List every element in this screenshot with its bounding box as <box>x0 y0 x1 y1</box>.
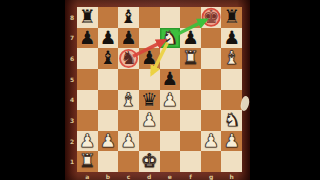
square-f2[interactable] <box>180 131 201 152</box>
rank-label-7: 7 <box>65 28 77 49</box>
square-f1[interactable] <box>180 151 201 172</box>
piece-black-king-g8[interactable]: ♚ <box>203 8 220 27</box>
file-labels: abcdefgh <box>77 172 242 180</box>
square-d1[interactable]: ♚ <box>139 151 160 172</box>
square-c3[interactable] <box>118 110 139 131</box>
piece-white-pawn-a2[interactable]: ♟ <box>79 132 96 151</box>
square-h7[interactable]: ♟ <box>221 28 242 49</box>
file-label-a: a <box>77 172 98 180</box>
piece-black-pawn-h7[interactable]: ♟ <box>223 29 240 48</box>
file-label-h: h <box>221 172 242 180</box>
square-b5[interactable] <box>98 69 119 90</box>
square-h8[interactable]: ♜ <box>221 7 242 28</box>
piece-white-knight-h3[interactable]: ♞ <box>223 111 240 130</box>
piece-white-rook-a1[interactable]: ♜ <box>79 152 96 171</box>
square-d7[interactable] <box>139 28 160 49</box>
square-a2[interactable]: ♟ <box>77 131 98 152</box>
rank-label-5: 5 <box>65 69 77 90</box>
square-f5[interactable] <box>180 69 201 90</box>
piece-black-pawn-f7[interactable]: ♟ <box>182 29 199 48</box>
square-b6[interactable]: ♝ <box>98 48 119 69</box>
square-e1[interactable] <box>160 151 181 172</box>
square-a1[interactable]: ♜ <box>77 151 98 172</box>
piece-black-rook-a8[interactable]: ♜ <box>79 8 96 27</box>
piece-white-bishop-c4[interactable]: ♝ <box>120 91 137 110</box>
rank-label-1: 1 <box>65 151 77 172</box>
square-c8[interactable]: ♝ <box>118 7 139 28</box>
square-e8[interactable] <box>160 7 181 28</box>
square-h3[interactable]: ♞ <box>221 110 242 131</box>
video-frame: 87654321 abcdefgh ♜♝♚♜♟♟♟♞♟♟♝♞♟♜♝♟♝♛♟♟♞♟… <box>0 0 320 180</box>
rank-label-2: 2 <box>65 131 77 152</box>
square-a7[interactable]: ♟ <box>77 28 98 49</box>
piece-white-pawn-c2[interactable]: ♟ <box>120 132 137 151</box>
piece-black-pawn-d6[interactable]: ♟ <box>141 49 158 68</box>
rank-label-4: 4 <box>65 90 77 111</box>
piece-white-pawn-g2[interactable]: ♟ <box>203 132 220 151</box>
piece-black-queen-d4[interactable]: ♛ <box>141 91 158 110</box>
file-label-b: b <box>98 172 119 180</box>
square-h5[interactable] <box>221 69 242 90</box>
chess-board-frame: 87654321 abcdefgh ♜♝♚♜♟♟♟♞♟♟♝♞♟♜♝♟♝♛♟♟♞♟… <box>65 0 250 180</box>
file-label-g: g <box>201 172 222 180</box>
square-g4[interactable] <box>201 90 222 111</box>
piece-black-pawn-a7[interactable]: ♟ <box>79 29 96 48</box>
file-label-f: f <box>180 172 201 180</box>
square-g6[interactable] <box>201 48 222 69</box>
piece-white-rook-f6[interactable]: ♜ <box>182 49 199 68</box>
square-a6[interactable] <box>77 48 98 69</box>
file-label-d: d <box>139 172 160 180</box>
piece-black-rook-h8[interactable]: ♜ <box>223 8 240 27</box>
square-g7[interactable] <box>201 28 222 49</box>
square-e7[interactable]: ♞ <box>160 28 181 49</box>
square-b7[interactable]: ♟ <box>98 28 119 49</box>
square-h4[interactable] <box>221 90 242 111</box>
piece-black-bishop-b6[interactable]: ♝ <box>100 49 117 68</box>
piece-black-pawn-e5[interactable]: ♟ <box>162 70 179 89</box>
square-b4[interactable] <box>98 90 119 111</box>
file-label-c: c <box>118 172 139 180</box>
square-f6[interactable]: ♜ <box>180 48 201 69</box>
file-label-e: e <box>160 172 181 180</box>
square-b3[interactable] <box>98 110 119 131</box>
square-c6[interactable]: ♞ <box>118 48 139 69</box>
square-g8[interactable]: ♚ <box>201 7 222 28</box>
square-d3[interactable]: ♟ <box>139 110 160 131</box>
square-h1[interactable] <box>221 151 242 172</box>
square-c7[interactable]: ♟ <box>118 28 139 49</box>
square-f7[interactable]: ♟ <box>180 28 201 49</box>
square-e6[interactable] <box>160 48 181 69</box>
square-b2[interactable]: ♟ <box>98 131 119 152</box>
square-e5[interactable]: ♟ <box>160 69 181 90</box>
square-c4[interactable]: ♝ <box>118 90 139 111</box>
piece-black-pawn-c7[interactable]: ♟ <box>120 29 137 48</box>
piece-black-pawn-b7[interactable]: ♟ <box>100 29 117 48</box>
square-h2[interactable]: ♟ <box>221 131 242 152</box>
square-c1[interactable] <box>118 151 139 172</box>
piece-white-knight-e7[interactable]: ♞ <box>162 29 179 48</box>
square-c2[interactable]: ♟ <box>118 131 139 152</box>
piece-white-pawn-d3[interactable]: ♟ <box>141 111 158 130</box>
piece-white-pawn-h2[interactable]: ♟ <box>223 132 240 151</box>
piece-white-bishop-h6[interactable]: ♝ <box>223 49 240 68</box>
piece-black-bishop-c8[interactable]: ♝ <box>120 8 137 27</box>
square-d6[interactable]: ♟ <box>139 48 160 69</box>
square-a8[interactable]: ♜ <box>77 7 98 28</box>
piece-white-pawn-b2[interactable]: ♟ <box>100 132 117 151</box>
square-d4[interactable]: ♛ <box>139 90 160 111</box>
square-d8[interactable] <box>139 7 160 28</box>
square-b8[interactable] <box>98 7 119 28</box>
square-a3[interactable] <box>77 110 98 131</box>
square-h6[interactable]: ♝ <box>221 48 242 69</box>
square-a5[interactable] <box>77 69 98 90</box>
piece-white-king-d1[interactable]: ♚ <box>141 152 158 171</box>
square-d5[interactable] <box>139 69 160 90</box>
piece-white-pawn-e4[interactable]: ♟ <box>162 91 179 110</box>
square-e3[interactable] <box>160 110 181 131</box>
rank-label-3: 3 <box>65 110 77 131</box>
rank-label-6: 6 <box>65 48 77 69</box>
square-c5[interactable] <box>118 69 139 90</box>
rank-label-8: 8 <box>65 7 77 28</box>
piece-black-knight-c6[interactable]: ♞ <box>120 49 137 68</box>
square-g1[interactable] <box>201 151 222 172</box>
square-g2[interactable]: ♟ <box>201 131 222 152</box>
square-g5[interactable] <box>201 69 222 90</box>
square-f4[interactable] <box>180 90 201 111</box>
square-g3[interactable] <box>201 110 222 131</box>
square-b1[interactable] <box>98 151 119 172</box>
square-a4[interactable] <box>77 90 98 111</box>
square-e2[interactable] <box>160 131 181 152</box>
square-f8[interactable] <box>180 7 201 28</box>
chess-board[interactable]: ♜♝♚♜♟♟♟♞♟♟♝♞♟♜♝♟♝♛♟♟♞♟♟♟♟♟♜♚ <box>77 7 242 172</box>
square-f3[interactable] <box>180 110 201 131</box>
rank-labels: 87654321 <box>65 7 77 172</box>
square-e4[interactable]: ♟ <box>160 90 181 111</box>
square-d2[interactable] <box>139 131 160 152</box>
